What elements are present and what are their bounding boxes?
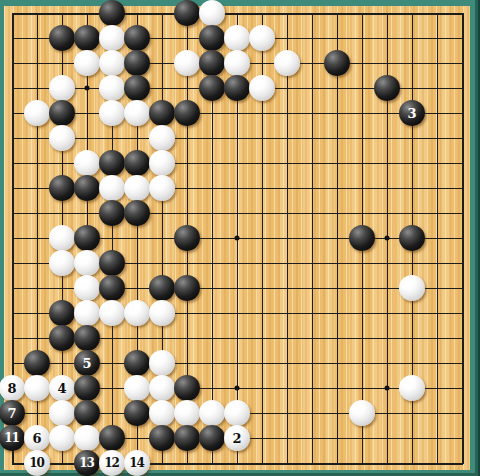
intersection[interactable]: [200, 126, 225, 151]
intersection[interactable]: [75, 151, 100, 176]
intersection[interactable]: [450, 326, 475, 351]
intersection[interactable]: [225, 126, 250, 151]
intersection[interactable]: [0, 451, 25, 476]
intersection[interactable]: [375, 51, 400, 76]
intersection[interactable]: [325, 451, 350, 476]
intersection[interactable]: [325, 226, 350, 251]
intersection[interactable]: [300, 201, 325, 226]
intersection[interactable]: [125, 101, 150, 126]
intersection[interactable]: [400, 251, 425, 276]
intersection[interactable]: [150, 301, 175, 326]
intersection[interactable]: [175, 451, 200, 476]
intersection[interactable]: [50, 451, 75, 476]
intersection[interactable]: [375, 26, 400, 51]
intersection[interactable]: [200, 201, 225, 226]
intersection[interactable]: [400, 326, 425, 351]
intersection[interactable]: [400, 426, 425, 451]
intersection[interactable]: [450, 351, 475, 376]
intersection[interactable]: [425, 1, 450, 26]
intersection[interactable]: 6: [25, 426, 50, 451]
intersection[interactable]: [125, 351, 150, 376]
intersection[interactable]: [75, 126, 100, 151]
intersection[interactable]: [275, 451, 300, 476]
intersection[interactable]: [0, 301, 25, 326]
intersection[interactable]: [425, 176, 450, 201]
intersection[interactable]: [250, 251, 275, 276]
intersection[interactable]: [50, 401, 75, 426]
intersection[interactable]: [175, 176, 200, 201]
intersection[interactable]: [175, 326, 200, 351]
intersection[interactable]: [175, 126, 200, 151]
intersection[interactable]: [175, 426, 200, 451]
intersection[interactable]: [350, 426, 375, 451]
intersection[interactable]: [125, 401, 150, 426]
intersection[interactable]: [75, 251, 100, 276]
intersection[interactable]: [225, 451, 250, 476]
intersection[interactable]: [225, 176, 250, 201]
intersection[interactable]: [275, 276, 300, 301]
intersection[interactable]: [150, 151, 175, 176]
intersection[interactable]: [50, 326, 75, 351]
intersection[interactable]: [325, 151, 350, 176]
intersection[interactable]: [25, 351, 50, 376]
intersection[interactable]: [275, 51, 300, 76]
intersection[interactable]: [225, 226, 250, 251]
intersection[interactable]: [450, 126, 475, 151]
intersection[interactable]: [225, 1, 250, 26]
intersection[interactable]: [150, 376, 175, 401]
intersection[interactable]: 12: [100, 451, 125, 476]
intersection[interactable]: [150, 276, 175, 301]
intersection[interactable]: [450, 426, 475, 451]
intersection[interactable]: [450, 151, 475, 176]
intersection[interactable]: [175, 301, 200, 326]
intersection[interactable]: [425, 451, 450, 476]
intersection[interactable]: [200, 226, 225, 251]
intersection[interactable]: [400, 26, 425, 51]
intersection[interactable]: [250, 226, 275, 251]
intersection[interactable]: [225, 351, 250, 376]
intersection[interactable]: 10: [25, 451, 50, 476]
intersection[interactable]: [25, 301, 50, 326]
intersection[interactable]: [350, 76, 375, 101]
intersection[interactable]: [450, 76, 475, 101]
intersection[interactable]: [350, 326, 375, 351]
intersection[interactable]: [400, 351, 425, 376]
intersection[interactable]: [200, 451, 225, 476]
intersection[interactable]: [425, 51, 450, 76]
intersection[interactable]: [100, 201, 125, 226]
intersection[interactable]: [450, 301, 475, 326]
intersection[interactable]: [100, 101, 125, 126]
intersection[interactable]: [425, 401, 450, 426]
intersection[interactable]: [450, 226, 475, 251]
intersection[interactable]: [100, 151, 125, 176]
intersection[interactable]: [100, 276, 125, 301]
intersection[interactable]: [425, 151, 450, 176]
intersection[interactable]: [250, 451, 275, 476]
intersection[interactable]: [125, 76, 150, 101]
intersection[interactable]: [200, 351, 225, 376]
intersection[interactable]: [125, 126, 150, 151]
intersection[interactable]: [100, 126, 125, 151]
intersection[interactable]: [75, 76, 100, 101]
intersection[interactable]: [75, 426, 100, 451]
intersection[interactable]: [250, 151, 275, 176]
intersection[interactable]: [300, 126, 325, 151]
intersection[interactable]: [100, 401, 125, 426]
intersection[interactable]: [75, 1, 100, 26]
intersection[interactable]: [175, 151, 200, 176]
intersection[interactable]: [450, 451, 475, 476]
intersection[interactable]: [300, 26, 325, 51]
intersection[interactable]: [0, 276, 25, 301]
intersection[interactable]: 11: [0, 426, 25, 451]
intersection[interactable]: [275, 76, 300, 101]
intersection[interactable]: [150, 251, 175, 276]
intersection[interactable]: [375, 251, 400, 276]
intersection[interactable]: [50, 351, 75, 376]
intersection[interactable]: [350, 51, 375, 76]
intersection[interactable]: [100, 226, 125, 251]
intersection[interactable]: [300, 376, 325, 401]
intersection[interactable]: [325, 276, 350, 301]
intersection[interactable]: [275, 251, 300, 276]
intersection[interactable]: [250, 276, 275, 301]
intersection[interactable]: [225, 51, 250, 76]
intersection[interactable]: [100, 376, 125, 401]
intersection[interactable]: [0, 201, 25, 226]
intersection[interactable]: [200, 276, 225, 301]
intersection[interactable]: [50, 1, 75, 26]
intersection[interactable]: [75, 276, 100, 301]
intersection[interactable]: [25, 51, 50, 76]
goban-grid[interactable]: 35847116210131214: [0, 1, 475, 476]
intersection[interactable]: [425, 301, 450, 326]
intersection[interactable]: [375, 401, 400, 426]
intersection[interactable]: [300, 101, 325, 126]
intersection[interactable]: [200, 426, 225, 451]
intersection[interactable]: [425, 426, 450, 451]
intersection[interactable]: [25, 101, 50, 126]
intersection[interactable]: [275, 126, 300, 151]
intersection[interactable]: [325, 301, 350, 326]
intersection[interactable]: [200, 151, 225, 176]
intersection[interactable]: [75, 51, 100, 76]
intersection[interactable]: [325, 26, 350, 51]
intersection[interactable]: [75, 376, 100, 401]
intersection[interactable]: [225, 76, 250, 101]
intersection[interactable]: [350, 26, 375, 51]
intersection[interactable]: [0, 101, 25, 126]
intersection[interactable]: [450, 1, 475, 26]
intersection[interactable]: [250, 326, 275, 351]
intersection[interactable]: [450, 26, 475, 51]
intersection[interactable]: [375, 451, 400, 476]
intersection[interactable]: [325, 426, 350, 451]
intersection[interactable]: [150, 326, 175, 351]
intersection[interactable]: [300, 301, 325, 326]
intersection[interactable]: [425, 276, 450, 301]
intersection[interactable]: [450, 201, 475, 226]
intersection[interactable]: [400, 151, 425, 176]
intersection[interactable]: [350, 201, 375, 226]
intersection[interactable]: [175, 101, 200, 126]
intersection[interactable]: [50, 201, 75, 226]
intersection[interactable]: [125, 376, 150, 401]
intersection[interactable]: [200, 401, 225, 426]
intersection[interactable]: [225, 251, 250, 276]
intersection[interactable]: [350, 101, 375, 126]
intersection[interactable]: [250, 351, 275, 376]
intersection[interactable]: [50, 26, 75, 51]
intersection[interactable]: [25, 151, 50, 176]
intersection[interactable]: [250, 201, 275, 226]
intersection[interactable]: [125, 151, 150, 176]
intersection[interactable]: [425, 76, 450, 101]
intersection[interactable]: [200, 76, 225, 101]
intersection[interactable]: [100, 176, 125, 201]
intersection[interactable]: [50, 76, 75, 101]
intersection[interactable]: [450, 276, 475, 301]
intersection[interactable]: [325, 101, 350, 126]
intersection[interactable]: [425, 26, 450, 51]
intersection[interactable]: [125, 226, 150, 251]
intersection[interactable]: [175, 251, 200, 276]
intersection[interactable]: 14: [125, 451, 150, 476]
intersection[interactable]: [100, 251, 125, 276]
intersection[interactable]: [0, 326, 25, 351]
intersection[interactable]: [400, 126, 425, 151]
intersection[interactable]: [50, 301, 75, 326]
intersection[interactable]: [50, 276, 75, 301]
intersection[interactable]: [25, 201, 50, 226]
intersection[interactable]: [350, 226, 375, 251]
intersection[interactable]: [400, 1, 425, 26]
intersection[interactable]: [125, 301, 150, 326]
intersection[interactable]: [325, 1, 350, 26]
intersection[interactable]: [275, 301, 300, 326]
intersection[interactable]: [425, 201, 450, 226]
intersection[interactable]: [375, 226, 400, 251]
intersection[interactable]: [350, 276, 375, 301]
intersection[interactable]: 3: [400, 101, 425, 126]
intersection[interactable]: [150, 401, 175, 426]
intersection[interactable]: [250, 101, 275, 126]
intersection[interactable]: [250, 1, 275, 26]
intersection[interactable]: [175, 376, 200, 401]
intersection[interactable]: [50, 126, 75, 151]
intersection[interactable]: [25, 276, 50, 301]
intersection[interactable]: [425, 251, 450, 276]
intersection[interactable]: [250, 26, 275, 51]
intersection[interactable]: [425, 376, 450, 401]
intersection[interactable]: [125, 426, 150, 451]
intersection[interactable]: [175, 226, 200, 251]
intersection[interactable]: [150, 351, 175, 376]
intersection[interactable]: [225, 301, 250, 326]
intersection[interactable]: [325, 76, 350, 101]
intersection[interactable]: [25, 326, 50, 351]
intersection[interactable]: [50, 226, 75, 251]
intersection[interactable]: [300, 351, 325, 376]
intersection[interactable]: [175, 276, 200, 301]
intersection[interactable]: [100, 301, 125, 326]
intersection[interactable]: [200, 251, 225, 276]
intersection[interactable]: [400, 276, 425, 301]
intersection[interactable]: [375, 176, 400, 201]
intersection[interactable]: [250, 76, 275, 101]
intersection[interactable]: [350, 376, 375, 401]
intersection[interactable]: [375, 326, 400, 351]
intersection[interactable]: 8: [0, 376, 25, 401]
intersection[interactable]: [125, 26, 150, 51]
intersection[interactable]: [225, 201, 250, 226]
intersection[interactable]: [375, 426, 400, 451]
intersection[interactable]: [400, 176, 425, 201]
intersection[interactable]: [150, 76, 175, 101]
intersection[interactable]: [275, 376, 300, 401]
intersection[interactable]: [375, 276, 400, 301]
intersection[interactable]: [150, 101, 175, 126]
intersection[interactable]: [450, 376, 475, 401]
intersection[interactable]: [300, 151, 325, 176]
intersection[interactable]: [350, 151, 375, 176]
intersection[interactable]: [375, 1, 400, 26]
intersection[interactable]: [375, 101, 400, 126]
intersection[interactable]: [375, 376, 400, 401]
intersection[interactable]: [100, 426, 125, 451]
intersection[interactable]: [200, 26, 225, 51]
intersection[interactable]: [25, 76, 50, 101]
intersection[interactable]: [250, 126, 275, 151]
intersection[interactable]: [125, 1, 150, 26]
intersection[interactable]: [300, 176, 325, 201]
intersection[interactable]: [250, 301, 275, 326]
go-board[interactable]: 35847116210131214: [4, 6, 470, 470]
intersection[interactable]: [25, 26, 50, 51]
intersection[interactable]: [50, 51, 75, 76]
intersection[interactable]: [175, 351, 200, 376]
intersection[interactable]: [150, 126, 175, 151]
intersection[interactable]: [400, 51, 425, 76]
intersection[interactable]: [350, 176, 375, 201]
intersection[interactable]: [25, 1, 50, 26]
intersection[interactable]: [325, 376, 350, 401]
intersection[interactable]: [250, 426, 275, 451]
intersection[interactable]: [25, 176, 50, 201]
intersection[interactable]: [125, 176, 150, 201]
intersection[interactable]: [25, 226, 50, 251]
intersection[interactable]: [325, 201, 350, 226]
intersection[interactable]: [25, 401, 50, 426]
intersection[interactable]: [350, 301, 375, 326]
intersection[interactable]: [150, 201, 175, 226]
intersection[interactable]: [225, 101, 250, 126]
intersection[interactable]: [350, 126, 375, 151]
intersection[interactable]: [250, 401, 275, 426]
intersection[interactable]: [275, 326, 300, 351]
intersection[interactable]: [100, 1, 125, 26]
intersection[interactable]: [450, 101, 475, 126]
intersection[interactable]: [0, 26, 25, 51]
intersection[interactable]: [400, 376, 425, 401]
intersection[interactable]: [225, 326, 250, 351]
intersection[interactable]: [300, 451, 325, 476]
intersection[interactable]: [250, 51, 275, 76]
intersection[interactable]: [150, 51, 175, 76]
intersection[interactable]: [100, 351, 125, 376]
intersection[interactable]: 5: [75, 351, 100, 376]
intersection[interactable]: [100, 326, 125, 351]
intersection[interactable]: 4: [50, 376, 75, 401]
intersection[interactable]: [175, 26, 200, 51]
intersection[interactable]: [175, 51, 200, 76]
intersection[interactable]: [325, 126, 350, 151]
intersection[interactable]: [300, 251, 325, 276]
intersection[interactable]: [25, 251, 50, 276]
intersection[interactable]: [300, 276, 325, 301]
intersection[interactable]: 2: [225, 426, 250, 451]
intersection[interactable]: [50, 101, 75, 126]
intersection[interactable]: [400, 401, 425, 426]
intersection[interactable]: [75, 201, 100, 226]
intersection[interactable]: [75, 401, 100, 426]
intersection[interactable]: [200, 301, 225, 326]
intersection[interactable]: [200, 1, 225, 26]
intersection[interactable]: [0, 151, 25, 176]
intersection[interactable]: [375, 126, 400, 151]
intersection[interactable]: [425, 351, 450, 376]
intersection[interactable]: [150, 176, 175, 201]
intersection[interactable]: [275, 26, 300, 51]
intersection[interactable]: [400, 226, 425, 251]
intersection[interactable]: [350, 1, 375, 26]
intersection[interactable]: [375, 301, 400, 326]
intersection[interactable]: [150, 26, 175, 51]
intersection[interactable]: [275, 176, 300, 201]
intersection[interactable]: [225, 401, 250, 426]
intersection[interactable]: [400, 301, 425, 326]
intersection[interactable]: [325, 176, 350, 201]
intersection[interactable]: [200, 176, 225, 201]
intersection[interactable]: [450, 251, 475, 276]
intersection[interactable]: [425, 226, 450, 251]
intersection[interactable]: [50, 426, 75, 451]
intersection[interactable]: [300, 401, 325, 426]
intersection[interactable]: [400, 76, 425, 101]
intersection[interactable]: [0, 1, 25, 26]
intersection[interactable]: [450, 176, 475, 201]
intersection[interactable]: [200, 376, 225, 401]
intersection[interactable]: [0, 226, 25, 251]
intersection[interactable]: [275, 426, 300, 451]
intersection[interactable]: [75, 26, 100, 51]
intersection[interactable]: [150, 1, 175, 26]
intersection[interactable]: [325, 51, 350, 76]
intersection[interactable]: [375, 351, 400, 376]
intersection[interactable]: [425, 126, 450, 151]
intersection[interactable]: [225, 26, 250, 51]
intersection[interactable]: [225, 376, 250, 401]
intersection[interactable]: [50, 176, 75, 201]
intersection[interactable]: [425, 326, 450, 351]
intersection[interactable]: [175, 76, 200, 101]
intersection[interactable]: [250, 176, 275, 201]
intersection[interactable]: [375, 201, 400, 226]
intersection[interactable]: [175, 1, 200, 26]
intersection[interactable]: [275, 401, 300, 426]
